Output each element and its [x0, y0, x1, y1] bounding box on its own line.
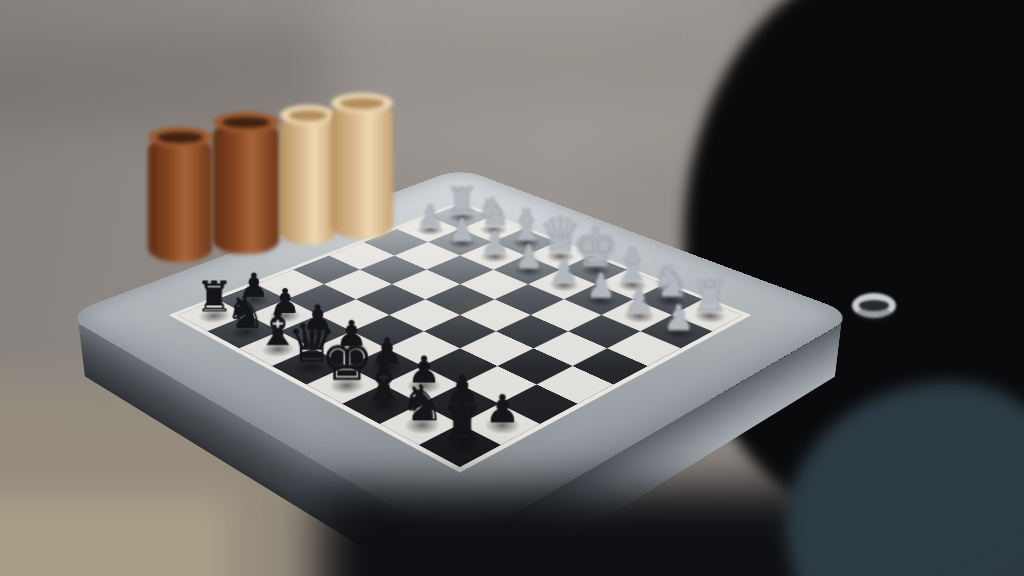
- white-pawn[interactable]: ♟: [448, 214, 476, 245]
- metal-ring: [852, 293, 896, 318]
- white-pawn[interactable]: ♟: [416, 201, 443, 231]
- white-pawn[interactable]: ♟: [663, 300, 694, 335]
- black-rook[interactable]: ♜: [440, 400, 484, 449]
- photo-scene: ♜♟♟♜♞♟♟♞♝♟♟♝♛♟♟♛♚♟♟♚♝♟♟♝♞♟♟♞♜♟♟♜: [0, 0, 1024, 576]
- white-pawn[interactable]: ♟: [586, 269, 616, 302]
- piece-cup-tan-1: [280, 114, 336, 245]
- square-d3[interactable]: [460, 270, 528, 300]
- white-pawn[interactable]: ♟: [514, 240, 543, 272]
- white-rook[interactable]: ♜: [691, 276, 729, 318]
- white-pawn[interactable]: ♟: [549, 254, 578, 287]
- square-h2[interactable]: ♟: [640, 315, 712, 348]
- white-pawn[interactable]: ♟: [480, 227, 508, 259]
- piece-cup-brown-2: [213, 121, 279, 254]
- piece-cup-brown-1: [148, 136, 212, 262]
- black-knight[interactable]: ♞: [399, 378, 444, 428]
- black-pawn[interactable]: ♟: [485, 389, 520, 428]
- piece-cup-tan-2: [331, 102, 393, 239]
- white-pawn[interactable]: ♟: [623, 284, 654, 318]
